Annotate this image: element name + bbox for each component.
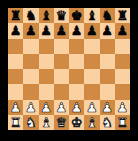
square-h8[interactable]: ♜ (115, 8, 130, 23)
square-f3[interactable] (84, 84, 99, 99)
square-e3[interactable] (69, 84, 84, 99)
square-c7[interactable]: ♟ (39, 23, 54, 38)
square-a6[interactable] (8, 39, 23, 54)
square-b3[interactable] (23, 84, 38, 99)
piece-white-pawn[interactable]: ♟ (71, 100, 83, 113)
piece-black-knight[interactable]: ♞ (101, 9, 113, 22)
piece-black-queen[interactable]: ♛ (56, 9, 68, 22)
square-g6[interactable] (100, 39, 115, 54)
piece-white-pawn[interactable]: ♟ (117, 100, 129, 113)
square-f4[interactable] (84, 69, 99, 84)
square-b8[interactable]: ♞ (23, 8, 38, 23)
square-d1[interactable]: ♛ (54, 115, 69, 130)
piece-white-bishop[interactable]: ♝ (86, 115, 98, 128)
square-a2[interactable]: ♟ (8, 100, 23, 115)
square-e8[interactable]: ♚ (69, 8, 84, 23)
square-g5[interactable] (100, 54, 115, 69)
piece-white-bishop[interactable]: ♝ (40, 115, 52, 128)
square-f1[interactable]: ♝ (84, 115, 99, 130)
piece-white-king[interactable]: ♚ (71, 115, 83, 128)
square-e2[interactable]: ♟ (69, 100, 84, 115)
chess-board: ♜♞♝♛♚♝♞♜♟♟♟♟♟♟♟♟♟♟♟♟♟♟♟♟♜♞♝♛♚♝♞♜ (8, 8, 130, 130)
square-c1[interactable]: ♝ (39, 115, 54, 130)
square-a1[interactable]: ♜ (8, 115, 23, 130)
square-h1[interactable]: ♜ (115, 115, 130, 130)
piece-black-pawn[interactable]: ♟ (25, 24, 37, 37)
piece-white-rook[interactable]: ♜ (10, 115, 22, 128)
square-d2[interactable]: ♟ (54, 100, 69, 115)
square-d3[interactable] (54, 84, 69, 99)
piece-black-pawn[interactable]: ♟ (86, 24, 98, 37)
square-d8[interactable]: ♛ (54, 8, 69, 23)
square-c6[interactable] (39, 39, 54, 54)
square-f6[interactable] (84, 39, 99, 54)
piece-black-pawn[interactable]: ♟ (40, 24, 52, 37)
square-a7[interactable]: ♟ (8, 23, 23, 38)
piece-black-king[interactable]: ♚ (71, 9, 83, 22)
square-b6[interactable] (23, 39, 38, 54)
square-a8[interactable]: ♜ (8, 8, 23, 23)
square-f8[interactable]: ♝ (84, 8, 99, 23)
square-d5[interactable] (54, 54, 69, 69)
square-c8[interactable]: ♝ (39, 8, 54, 23)
square-a3[interactable] (8, 84, 23, 99)
square-d7[interactable]: ♟ (54, 23, 69, 38)
piece-white-queen[interactable]: ♛ (56, 115, 68, 128)
square-e5[interactable] (69, 54, 84, 69)
piece-white-pawn[interactable]: ♟ (86, 100, 98, 113)
square-b4[interactable] (23, 69, 38, 84)
piece-white-pawn[interactable]: ♟ (10, 100, 22, 113)
square-g1[interactable]: ♞ (100, 115, 115, 130)
square-g2[interactable]: ♟ (100, 100, 115, 115)
square-f7[interactable]: ♟ (84, 23, 99, 38)
piece-white-knight[interactable]: ♞ (25, 115, 37, 128)
square-b2[interactable]: ♟ (23, 100, 38, 115)
piece-black-pawn[interactable]: ♟ (117, 24, 129, 37)
square-g4[interactable] (100, 69, 115, 84)
square-e4[interactable] (69, 69, 84, 84)
piece-black-bishop[interactable]: ♝ (86, 9, 98, 22)
square-h4[interactable] (115, 69, 130, 84)
square-d4[interactable] (54, 69, 69, 84)
piece-white-pawn[interactable]: ♟ (25, 100, 37, 113)
piece-white-rook[interactable]: ♜ (117, 115, 129, 128)
piece-black-knight[interactable]: ♞ (25, 9, 37, 22)
square-g3[interactable] (100, 84, 115, 99)
piece-black-pawn[interactable]: ♟ (56, 24, 68, 37)
square-f5[interactable] (84, 54, 99, 69)
square-g7[interactable]: ♟ (100, 23, 115, 38)
square-h6[interactable] (115, 39, 130, 54)
square-f2[interactable]: ♟ (84, 100, 99, 115)
square-h7[interactable]: ♟ (115, 23, 130, 38)
piece-black-pawn[interactable]: ♟ (101, 24, 113, 37)
piece-white-pawn[interactable]: ♟ (40, 100, 52, 113)
square-a5[interactable] (8, 54, 23, 69)
piece-black-rook[interactable]: ♜ (10, 9, 22, 22)
square-h2[interactable]: ♟ (115, 100, 130, 115)
square-e6[interactable] (69, 39, 84, 54)
square-a4[interactable] (8, 69, 23, 84)
square-h5[interactable] (115, 54, 130, 69)
square-c5[interactable] (39, 54, 54, 69)
square-c3[interactable] (39, 84, 54, 99)
square-h3[interactable] (115, 84, 130, 99)
square-d6[interactable] (54, 39, 69, 54)
square-b1[interactable]: ♞ (23, 115, 38, 130)
piece-white-pawn[interactable]: ♟ (101, 100, 113, 113)
piece-black-pawn[interactable]: ♟ (71, 24, 83, 37)
piece-white-knight[interactable]: ♞ (101, 115, 113, 128)
piece-white-pawn[interactable]: ♟ (56, 100, 68, 113)
square-b5[interactable] (23, 54, 38, 69)
piece-black-bishop[interactable]: ♝ (40, 9, 52, 22)
square-e1[interactable]: ♚ (69, 115, 84, 130)
square-c4[interactable] (39, 69, 54, 84)
piece-black-rook[interactable]: ♜ (117, 9, 129, 22)
piece-black-pawn[interactable]: ♟ (10, 24, 22, 37)
square-c2[interactable]: ♟ (39, 100, 54, 115)
square-g8[interactable]: ♞ (100, 8, 115, 23)
square-e7[interactable]: ♟ (69, 23, 84, 38)
square-b7[interactable]: ♟ (23, 23, 38, 38)
